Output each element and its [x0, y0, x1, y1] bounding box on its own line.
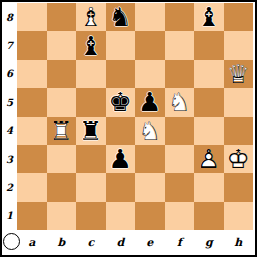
- square-b7[interactable]: [47, 31, 77, 59]
- file-label-b: b: [47, 231, 77, 253]
- square-b8[interactable]: [47, 3, 77, 31]
- rank-label-4: 4: [3, 117, 16, 145]
- square-e5[interactable]: ♟: [135, 88, 165, 116]
- square-a4[interactable]: [17, 117, 47, 145]
- white-bishop[interactable]: ♝♗: [76, 3, 106, 31]
- square-d7[interactable]: [106, 31, 136, 59]
- file-label-a: a: [17, 231, 47, 253]
- square-h5[interactable]: [224, 88, 254, 116]
- square-g3[interactable]: ♟♙: [194, 145, 224, 173]
- square-f4[interactable]: [165, 117, 195, 145]
- square-h3[interactable]: ♚♔: [224, 145, 254, 173]
- rank-label-3: 3: [3, 145, 16, 173]
- square-c7[interactable]: ♝: [76, 31, 106, 59]
- square-c4[interactable]: ♜: [76, 117, 106, 145]
- square-f1[interactable]: [165, 202, 195, 230]
- square-g6[interactable]: [194, 60, 224, 88]
- file-label-h: h: [224, 231, 254, 253]
- square-d2[interactable]: [106, 173, 136, 201]
- black-bishop[interactable]: ♝: [76, 31, 106, 59]
- square-g2[interactable]: [194, 173, 224, 201]
- square-f7[interactable]: [165, 31, 195, 59]
- square-c3[interactable]: [76, 145, 106, 173]
- square-e2[interactable]: [135, 173, 165, 201]
- file-label-c: c: [76, 231, 106, 253]
- chess-board: ♝♗♞♝♝♛♕♚♟♞♘♜♖♜♞♘♟♟♙♚♔: [17, 3, 253, 230]
- chess-diagram: ♝♗♞♝♝♛♕♚♟♞♘♜♖♜♞♘♟♟♙♚♔ 87654321 abcdefgh: [0, 0, 257, 257]
- square-d8[interactable]: ♞: [106, 3, 136, 31]
- square-f8[interactable]: [165, 3, 195, 31]
- file-label-d: d: [106, 231, 136, 253]
- black-king[interactable]: ♚: [106, 88, 136, 116]
- square-h6[interactable]: ♛♕: [224, 60, 254, 88]
- square-h2[interactable]: [224, 173, 254, 201]
- file-label-e: e: [135, 231, 165, 253]
- square-e7[interactable]: [135, 31, 165, 59]
- square-h1[interactable]: [224, 202, 254, 230]
- rank-label-7: 7: [3, 31, 16, 59]
- white-pawn[interactable]: ♟♙: [194, 145, 224, 173]
- square-d5[interactable]: ♚: [106, 88, 136, 116]
- white-queen[interactable]: ♛♕: [224, 60, 254, 88]
- square-g5[interactable]: [194, 88, 224, 116]
- rank-label-5: 5: [3, 88, 16, 116]
- square-d4[interactable]: [106, 117, 136, 145]
- black-rook[interactable]: ♜: [76, 117, 106, 145]
- file-label-g: g: [194, 231, 224, 253]
- black-pawn[interactable]: ♟: [106, 145, 136, 173]
- rank-label-1: 1: [3, 202, 16, 230]
- square-a3[interactable]: [17, 145, 47, 173]
- square-c5[interactable]: [76, 88, 106, 116]
- rank-label-6: 6: [3, 60, 16, 88]
- square-c2[interactable]: [76, 173, 106, 201]
- square-b4[interactable]: ♜♖: [47, 117, 77, 145]
- square-b6[interactable]: [47, 60, 77, 88]
- square-b3[interactable]: [47, 145, 77, 173]
- square-b1[interactable]: [47, 202, 77, 230]
- square-b5[interactable]: [47, 88, 77, 116]
- square-h7[interactable]: [224, 31, 254, 59]
- file-label-f: f: [165, 231, 195, 253]
- square-h8[interactable]: [224, 3, 254, 31]
- square-a2[interactable]: [17, 173, 47, 201]
- square-e6[interactable]: [135, 60, 165, 88]
- black-bishop[interactable]: ♝: [194, 3, 224, 31]
- square-e3[interactable]: [135, 145, 165, 173]
- square-e4[interactable]: ♞♘: [135, 117, 165, 145]
- square-d3[interactable]: ♟: [106, 145, 136, 173]
- square-a8[interactable]: [17, 3, 47, 31]
- square-f6[interactable]: [165, 60, 195, 88]
- square-d6[interactable]: [106, 60, 136, 88]
- square-e8[interactable]: [135, 3, 165, 31]
- white-king[interactable]: ♚♔: [224, 145, 254, 173]
- white-rook[interactable]: ♜♖: [47, 117, 77, 145]
- square-a1[interactable]: [17, 202, 47, 230]
- square-g1[interactable]: [194, 202, 224, 230]
- square-c8[interactable]: ♝♗: [76, 3, 106, 31]
- square-c6[interactable]: [76, 60, 106, 88]
- black-knight[interactable]: ♞: [106, 3, 136, 31]
- white-to-move-indicator: [3, 233, 20, 250]
- square-f5[interactable]: ♞♘: [165, 88, 195, 116]
- square-a5[interactable]: [17, 88, 47, 116]
- white-knight[interactable]: ♞♘: [135, 117, 165, 145]
- square-c1[interactable]: [76, 202, 106, 230]
- rank-labels: 87654321: [3, 3, 16, 230]
- square-g7[interactable]: [194, 31, 224, 59]
- white-knight[interactable]: ♞♘: [165, 88, 195, 116]
- square-a7[interactable]: [17, 31, 47, 59]
- square-e1[interactable]: [135, 202, 165, 230]
- square-b2[interactable]: [47, 173, 77, 201]
- rank-label-8: 8: [3, 3, 16, 31]
- rank-label-2: 2: [3, 173, 16, 201]
- square-g8[interactable]: ♝: [194, 3, 224, 31]
- square-d1[interactable]: [106, 202, 136, 230]
- square-f2[interactable]: [165, 173, 195, 201]
- black-pawn[interactable]: ♟: [135, 88, 165, 116]
- square-a6[interactable]: [17, 60, 47, 88]
- square-f3[interactable]: [165, 145, 195, 173]
- square-g4[interactable]: [194, 117, 224, 145]
- square-h4[interactable]: [224, 117, 254, 145]
- file-labels: abcdefgh: [17, 231, 253, 253]
